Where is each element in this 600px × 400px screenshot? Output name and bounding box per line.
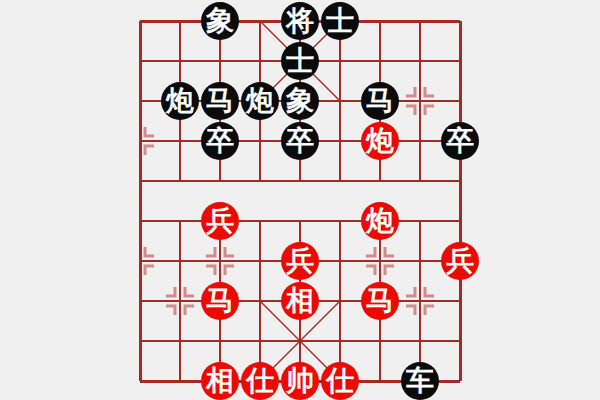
piece-black-chariot[interactable]: 车	[401, 362, 439, 400]
piece-black-soldier[interactable]: 卒	[281, 122, 319, 160]
piece-black-elephant[interactable]: 象	[281, 82, 319, 120]
piece-red-soldier[interactable]: 兵	[441, 242, 479, 280]
piece-black-cannon[interactable]: 炮	[161, 82, 199, 120]
piece-red-cannon[interactable]: 炮	[361, 202, 399, 240]
piece-red-soldier[interactable]: 兵	[201, 202, 239, 240]
piece-red-soldier[interactable]: 兵	[281, 242, 319, 280]
piece-black-soldier[interactable]: 卒	[441, 122, 479, 160]
app-background: 象将士士炮马炮象马卒卒炮卒兵炮兵兵马相马相仕帅仕车	[0, 0, 600, 400]
piece-red-advisor[interactable]: 仕	[321, 362, 359, 400]
piece-black-advisor[interactable]: 士	[281, 42, 319, 80]
piece-black-horse[interactable]: 马	[361, 82, 399, 120]
piece-black-elephant[interactable]: 象	[201, 2, 239, 40]
piece-red-cannon[interactable]: 炮	[361, 122, 399, 160]
piece-red-elephant[interactable]: 相	[201, 362, 239, 400]
piece-red-advisor[interactable]: 仕	[241, 362, 279, 400]
piece-red-horse[interactable]: 马	[201, 282, 239, 320]
piece-red-general[interactable]: 帅	[281, 362, 319, 400]
piece-black-cannon[interactable]: 炮	[241, 82, 279, 120]
piece-black-general[interactable]: 将	[281, 2, 319, 40]
piece-red-horse[interactable]: 马	[361, 282, 399, 320]
piece-black-horse[interactable]: 马	[201, 82, 239, 120]
piece-black-soldier[interactable]: 卒	[201, 122, 239, 160]
piece-red-elephant[interactable]: 相	[281, 282, 319, 320]
piece-black-advisor[interactable]: 士	[321, 2, 359, 40]
xiangqi-board[interactable]: 象将士士炮马炮象马卒卒炮卒兵炮兵兵马相马相仕帅仕车	[0, 0, 600, 400]
